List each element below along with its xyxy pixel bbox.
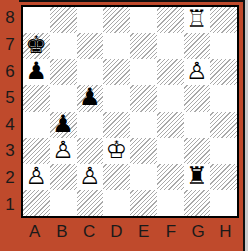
chess-diagram-screen: 87654321 ♖♚♟♙♟♟♙♔♙♙♜ ABCDEFGH — [0, 0, 248, 251]
white-pawn-icon[interactable]: ♙ — [186, 59, 208, 83]
white-pawn-icon[interactable]: ♙ — [52, 138, 74, 162]
square-g1[interactable] — [184, 190, 211, 216]
square-c6[interactable] — [77, 59, 104, 85]
square-c8[interactable] — [77, 7, 104, 33]
rank-label-7: 7 — [0, 32, 20, 59]
square-f3[interactable] — [157, 138, 184, 164]
rank-label-8: 8 — [0, 5, 20, 32]
square-h2[interactable] — [210, 164, 237, 190]
black-king-icon[interactable]: ♚ — [26, 33, 48, 57]
square-b1[interactable] — [50, 190, 77, 216]
white-king-icon[interactable]: ♔ — [106, 138, 128, 162]
square-b7[interactable] — [50, 33, 77, 59]
square-f4[interactable] — [157, 112, 184, 138]
square-c7[interactable] — [77, 33, 104, 59]
rank-label-1: 1 — [0, 191, 20, 218]
black-pawn-icon[interactable]: ♟ — [26, 59, 48, 83]
square-e5[interactable] — [130, 85, 157, 111]
square-c3[interactable] — [77, 138, 104, 164]
square-f7[interactable] — [157, 33, 184, 59]
square-b3[interactable]: ♙ — [50, 138, 77, 164]
square-g6[interactable]: ♙ — [184, 59, 211, 85]
square-c5[interactable]: ♟ — [77, 85, 104, 111]
square-e4[interactable] — [130, 112, 157, 138]
white-rook-icon[interactable]: ♖ — [186, 7, 208, 31]
square-g4[interactable] — [184, 112, 211, 138]
chess-board: ♖♚♟♙♟♟♙♔♙♙♜ — [21, 5, 239, 218]
white-pawn-icon[interactable]: ♙ — [26, 164, 48, 188]
square-g7[interactable] — [184, 33, 211, 59]
square-d6[interactable] — [103, 59, 130, 85]
rank-label-5: 5 — [0, 85, 20, 112]
white-pawn-icon[interactable]: ♙ — [79, 164, 101, 188]
square-f6[interactable] — [157, 59, 184, 85]
file-label-f: F — [157, 218, 184, 246]
square-f5[interactable] — [157, 85, 184, 111]
square-e7[interactable] — [130, 33, 157, 59]
file-label-e: E — [130, 218, 157, 246]
square-c1[interactable] — [77, 190, 104, 216]
square-f8[interactable] — [157, 7, 184, 33]
square-d7[interactable] — [103, 33, 130, 59]
square-g2[interactable]: ♜ — [184, 164, 211, 190]
square-d3[interactable]: ♔ — [103, 138, 130, 164]
file-labels: ABCDEFGH — [21, 218, 239, 246]
square-a5[interactable] — [23, 85, 50, 111]
square-e3[interactable] — [130, 138, 157, 164]
square-g5[interactable] — [184, 85, 211, 111]
square-d2[interactable] — [103, 164, 130, 190]
square-e2[interactable] — [130, 164, 157, 190]
square-d5[interactable] — [103, 85, 130, 111]
square-e8[interactable] — [130, 7, 157, 33]
square-b4[interactable]: ♟ — [50, 112, 77, 138]
square-e1[interactable] — [130, 190, 157, 216]
window-top-edge — [19, 0, 246, 2]
square-d4[interactable] — [103, 112, 130, 138]
square-f2[interactable] — [157, 164, 184, 190]
square-b2[interactable] — [50, 164, 77, 190]
square-a3[interactable] — [23, 138, 50, 164]
square-g3[interactable] — [184, 138, 211, 164]
file-label-a: A — [21, 218, 48, 246]
square-f1[interactable] — [157, 190, 184, 216]
square-b5[interactable] — [50, 85, 77, 111]
square-c4[interactable] — [77, 112, 104, 138]
square-h3[interactable] — [210, 138, 237, 164]
rank-label-6: 6 — [0, 58, 20, 85]
rank-labels: 87654321 — [0, 5, 20, 218]
square-h4[interactable] — [210, 112, 237, 138]
square-h7[interactable] — [210, 33, 237, 59]
square-d8[interactable] — [103, 7, 130, 33]
square-c2[interactable]: ♙ — [77, 164, 104, 190]
square-a1[interactable] — [23, 190, 50, 216]
window-right-highlight — [245, 0, 248, 251]
rank-label-4: 4 — [0, 112, 20, 139]
square-b6[interactable] — [50, 59, 77, 85]
square-a4[interactable] — [23, 112, 50, 138]
file-label-c: C — [76, 218, 103, 246]
rank-label-2: 2 — [0, 165, 20, 192]
square-d1[interactable] — [103, 190, 130, 216]
rank-label-3: 3 — [0, 138, 20, 165]
file-label-d: D — [103, 218, 130, 246]
square-a2[interactable]: ♙ — [23, 164, 50, 190]
square-b8[interactable] — [50, 7, 77, 33]
square-a8[interactable] — [23, 7, 50, 33]
square-h5[interactable] — [210, 85, 237, 111]
square-a6[interactable]: ♟ — [23, 59, 50, 85]
black-rook-icon[interactable]: ♜ — [186, 164, 208, 188]
file-label-b: B — [48, 218, 75, 246]
square-h1[interactable] — [210, 190, 237, 216]
square-h8[interactable] — [210, 7, 237, 33]
square-e6[interactable] — [130, 59, 157, 85]
black-pawn-icon[interactable]: ♟ — [52, 112, 74, 136]
file-label-h: H — [212, 218, 239, 246]
square-g8[interactable]: ♖ — [184, 7, 211, 33]
file-label-g: G — [185, 218, 212, 246]
square-a7[interactable]: ♚ — [23, 33, 50, 59]
square-h6[interactable] — [210, 59, 237, 85]
black-pawn-icon[interactable]: ♟ — [79, 85, 101, 109]
